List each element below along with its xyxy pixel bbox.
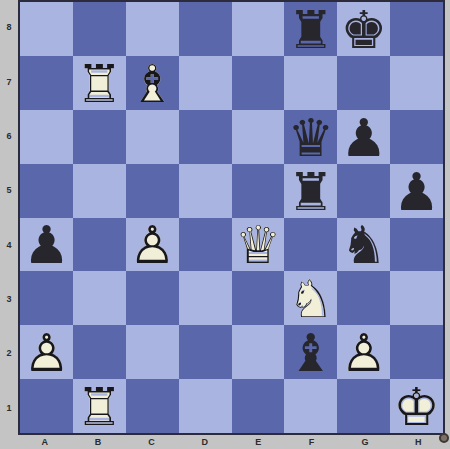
white-pawn-outline: ♙ <box>337 326 390 380</box>
square-h5[interactable]: ♟ <box>390 164 443 218</box>
black-pawn[interactable]: ♟ <box>337 110 390 164</box>
chess-diagram: 87654321 ♜♚♜♖♝♗♛♟♜♟♟♟♙♛♕♞♞♘♟♙♝♟♙♜♖♚♔ ABC… <box>0 0 450 449</box>
rank-label-3: 3 <box>0 272 18 326</box>
square-h1[interactable]: ♚♔ <box>390 379 443 433</box>
square-g4[interactable]: ♞ <box>337 218 390 272</box>
board-grid: ♜♚♜♖♝♗♛♟♜♟♟♟♙♛♕♞♞♘♟♙♝♟♙♜♖♚♔ <box>20 2 443 433</box>
square-g3[interactable] <box>337 271 390 325</box>
white-queen-outline: ♕ <box>232 219 285 273</box>
square-c5[interactable] <box>126 164 179 218</box>
black-rook-glyph: ♜ <box>284 165 337 219</box>
square-c4[interactable]: ♟♙ <box>126 218 179 272</box>
white-pawn-outline: ♙ <box>20 326 73 380</box>
square-d5[interactable] <box>179 164 232 218</box>
square-c6[interactable] <box>126 110 179 164</box>
white-rook[interactable]: ♜♖ <box>73 379 126 433</box>
square-e5[interactable] <box>232 164 285 218</box>
square-a1[interactable] <box>20 379 73 433</box>
square-h7[interactable] <box>390 56 443 110</box>
rank-labels: 87654321 <box>0 0 18 435</box>
square-f5[interactable]: ♜ <box>284 164 337 218</box>
white-rook-outline: ♖ <box>73 57 126 111</box>
file-label-c: C <box>125 435 178 449</box>
white-pawn[interactable]: ♟♙ <box>20 325 73 379</box>
square-d8[interactable] <box>179 2 232 56</box>
black-to-move-indicator <box>439 433 449 443</box>
square-e8[interactable] <box>232 2 285 56</box>
square-b5[interactable] <box>73 164 126 218</box>
file-label-h: H <box>392 435 445 449</box>
square-b6[interactable] <box>73 110 126 164</box>
file-label-e: E <box>232 435 285 449</box>
white-pawn-glyph: ♟ <box>337 326 390 380</box>
rank-label-1: 1 <box>0 381 18 435</box>
square-a4[interactable]: ♟ <box>20 218 73 272</box>
square-g7[interactable] <box>337 56 390 110</box>
white-pawn-glyph: ♟ <box>126 219 179 273</box>
square-c7[interactable]: ♝♗ <box>126 56 179 110</box>
white-rook-glyph: ♜ <box>73 380 126 434</box>
square-e6[interactable] <box>232 110 285 164</box>
square-f3[interactable]: ♞♘ <box>284 271 337 325</box>
square-f7[interactable] <box>284 56 337 110</box>
white-knight[interactable]: ♞♘ <box>284 271 337 325</box>
square-a5[interactable] <box>20 164 73 218</box>
square-a3[interactable] <box>20 271 73 325</box>
black-bishop-glyph: ♝ <box>284 326 337 380</box>
white-pawn[interactable]: ♟♙ <box>337 325 390 379</box>
file-label-a: A <box>18 435 71 449</box>
square-c3[interactable] <box>126 271 179 325</box>
black-knight[interactable]: ♞ <box>337 218 390 272</box>
square-b8[interactable] <box>73 2 126 56</box>
square-d4[interactable] <box>179 218 232 272</box>
black-pawn-glyph: ♟ <box>390 165 443 219</box>
white-pawn-glyph: ♟ <box>20 326 73 380</box>
black-pawn[interactable]: ♟ <box>20 218 73 272</box>
white-knight-glyph: ♞ <box>284 272 337 326</box>
white-bishop-glyph: ♝ <box>126 57 179 111</box>
square-h3[interactable] <box>390 271 443 325</box>
square-h2[interactable] <box>390 325 443 379</box>
black-queen[interactable]: ♛ <box>284 110 337 164</box>
square-a7[interactable] <box>20 56 73 110</box>
square-g8[interactable]: ♚ <box>337 2 390 56</box>
file-labels: ABCDEFGH <box>18 435 445 449</box>
white-king-glyph: ♚ <box>390 380 443 434</box>
square-a8[interactable] <box>20 2 73 56</box>
white-bishop[interactable]: ♝♗ <box>126 56 179 110</box>
black-pawn-glyph: ♟ <box>337 111 390 165</box>
square-f1[interactable] <box>284 379 337 433</box>
white-knight-outline: ♘ <box>284 272 337 326</box>
square-e2[interactable] <box>232 325 285 379</box>
black-rook-glyph: ♜ <box>284 3 337 57</box>
file-label-g: G <box>338 435 391 449</box>
square-d3[interactable] <box>179 271 232 325</box>
black-pawn[interactable]: ♟ <box>390 164 443 218</box>
white-pawn-outline: ♙ <box>126 219 179 273</box>
square-e7[interactable] <box>232 56 285 110</box>
square-g6[interactable]: ♟ <box>337 110 390 164</box>
black-knight-glyph: ♞ <box>337 219 390 273</box>
rank-label-7: 7 <box>0 54 18 108</box>
black-bishop[interactable]: ♝ <box>284 325 337 379</box>
white-king-outline: ♔ <box>390 380 443 434</box>
square-b2[interactable] <box>73 325 126 379</box>
rank-label-2: 2 <box>0 326 18 380</box>
square-g2[interactable]: ♟♙ <box>337 325 390 379</box>
rank-label-4: 4 <box>0 218 18 272</box>
white-king[interactable]: ♚♔ <box>390 379 443 433</box>
file-label-d: D <box>178 435 231 449</box>
square-f4[interactable] <box>284 218 337 272</box>
white-queen[interactable]: ♛♕ <box>232 218 285 272</box>
black-rook[interactable]: ♜ <box>284 164 337 218</box>
file-label-f: F <box>285 435 338 449</box>
square-h6[interactable] <box>390 110 443 164</box>
black-king-glyph: ♚ <box>337 3 390 57</box>
square-b1[interactable]: ♜♖ <box>73 379 126 433</box>
square-d6[interactable] <box>179 110 232 164</box>
square-d2[interactable] <box>179 325 232 379</box>
square-g5[interactable] <box>337 164 390 218</box>
white-rook-glyph: ♜ <box>73 57 126 111</box>
square-a2[interactable]: ♟♙ <box>20 325 73 379</box>
square-d1[interactable] <box>179 379 232 433</box>
black-queen-glyph: ♛ <box>284 111 337 165</box>
square-c1[interactable] <box>126 379 179 433</box>
square-f8[interactable]: ♜ <box>284 2 337 56</box>
white-bishop-outline: ♗ <box>126 57 179 111</box>
square-b4[interactable] <box>73 218 126 272</box>
rank-label-5: 5 <box>0 163 18 217</box>
black-king[interactable]: ♚ <box>337 2 390 56</box>
square-b7[interactable]: ♜♖ <box>73 56 126 110</box>
square-g1[interactable] <box>337 379 390 433</box>
rank-label-8: 8 <box>0 0 18 54</box>
square-b3[interactable] <box>73 271 126 325</box>
square-h8[interactable] <box>390 2 443 56</box>
white-queen-glyph: ♛ <box>232 219 285 273</box>
square-c2[interactable] <box>126 325 179 379</box>
square-c8[interactable] <box>126 2 179 56</box>
square-f2[interactable]: ♝ <box>284 325 337 379</box>
square-e3[interactable] <box>232 271 285 325</box>
square-d7[interactable] <box>179 56 232 110</box>
white-pawn[interactable]: ♟♙ <box>126 218 179 272</box>
white-rook-outline: ♖ <box>73 380 126 434</box>
black-pawn-glyph: ♟ <box>20 219 73 273</box>
white-rook[interactable]: ♜♖ <box>73 56 126 110</box>
square-e4[interactable]: ♛♕ <box>232 218 285 272</box>
rank-label-6: 6 <box>0 109 18 163</box>
black-rook[interactable]: ♜ <box>284 2 337 56</box>
square-a6[interactable] <box>20 110 73 164</box>
chess-board: ♜♚♜♖♝♗♛♟♜♟♟♟♙♛♕♞♞♘♟♙♝♟♙♜♖♚♔ <box>18 0 445 435</box>
square-e1[interactable] <box>232 379 285 433</box>
square-f6[interactable]: ♛ <box>284 110 337 164</box>
square-h4[interactable] <box>390 218 443 272</box>
file-label-b: B <box>71 435 124 449</box>
